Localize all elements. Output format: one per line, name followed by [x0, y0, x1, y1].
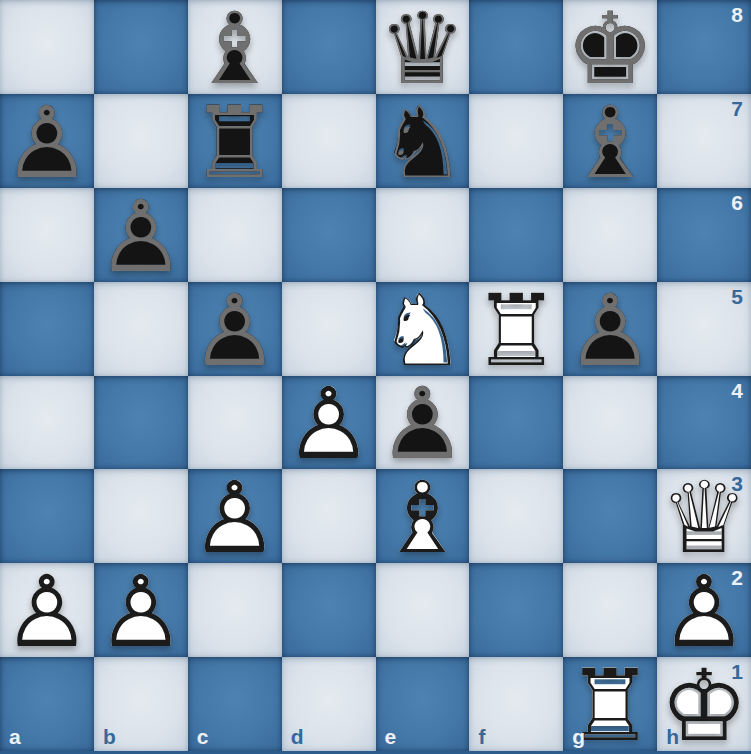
white-pawn[interactable]: ♟♙: [282, 376, 376, 470]
square-f1[interactable]: f: [469, 657, 563, 751]
black-pawn[interactable]: ♟♙: [376, 376, 470, 470]
piece-outline-layer: ♘: [376, 94, 470, 188]
piece-outline-layer: ♙: [563, 282, 657, 376]
black-pawn[interactable]: ♟♙: [188, 282, 282, 376]
square-f5[interactable]: ♜♖: [469, 282, 563, 376]
square-a6[interactable]: [0, 188, 94, 282]
black-pawn[interactable]: ♟♙: [0, 94, 94, 188]
square-c6[interactable]: [188, 188, 282, 282]
file-label-a: a: [9, 725, 21, 749]
piece-outline-layer: ♘: [376, 282, 470, 376]
white-rook[interactable]: ♜♖: [469, 282, 563, 376]
rank-label-8: 8: [731, 3, 743, 27]
file-label-b: b: [103, 725, 116, 749]
square-f2[interactable]: [469, 563, 563, 657]
piece-outline-layer: ♖: [188, 94, 282, 188]
square-c4[interactable]: [188, 376, 282, 470]
white-pawn[interactable]: ♟♙: [0, 563, 94, 657]
square-d3[interactable]: [282, 469, 376, 563]
rank-label-1: 1: [731, 660, 743, 684]
piece-outline-layer: ♙: [94, 563, 188, 657]
square-b7[interactable]: [94, 94, 188, 188]
square-e3[interactable]: ♝♗: [376, 469, 470, 563]
black-knight[interactable]: ♞♘: [376, 94, 470, 188]
rank-label-3: 3: [731, 472, 743, 496]
square-b1[interactable]: b: [94, 657, 188, 751]
square-f7[interactable]: [469, 94, 563, 188]
file-label-d: d: [291, 725, 304, 749]
square-c8[interactable]: ♝♗: [188, 0, 282, 94]
white-knight[interactable]: ♞♘: [376, 282, 470, 376]
square-g7[interactable]: ♝♗: [563, 94, 657, 188]
square-h6[interactable]: 6: [657, 188, 751, 282]
square-h4[interactable]: 4: [657, 376, 751, 470]
white-pawn[interactable]: ♟♙: [94, 563, 188, 657]
black-bishop[interactable]: ♝♗: [563, 94, 657, 188]
piece-outline-layer: ♗: [563, 94, 657, 188]
piece-outline-layer: ♗: [188, 0, 282, 94]
square-b3[interactable]: [94, 469, 188, 563]
rank-label-7: 7: [731, 97, 743, 121]
square-c2[interactable]: [188, 563, 282, 657]
square-a3[interactable]: [0, 469, 94, 563]
rank-label-4: 4: [731, 379, 743, 403]
square-d1[interactable]: d: [282, 657, 376, 751]
rank-label-5: 5: [731, 285, 743, 309]
square-e1[interactable]: e: [376, 657, 470, 751]
rank-label-6: 6: [731, 191, 743, 215]
square-c3[interactable]: ♟♙: [188, 469, 282, 563]
square-g5[interactable]: ♟♙: [563, 282, 657, 376]
black-rook[interactable]: ♜♖: [188, 94, 282, 188]
square-e8[interactable]: ♛♕: [376, 0, 470, 94]
square-h8[interactable]: 8: [657, 0, 751, 94]
black-pawn[interactable]: ♟♙: [94, 188, 188, 282]
square-g4[interactable]: [563, 376, 657, 470]
square-f6[interactable]: [469, 188, 563, 282]
square-a2[interactable]: ♟♙: [0, 563, 94, 657]
square-f8[interactable]: [469, 0, 563, 94]
square-d6[interactable]: [282, 188, 376, 282]
square-e6[interactable]: [376, 188, 470, 282]
square-g3[interactable]: [563, 469, 657, 563]
square-g6[interactable]: [563, 188, 657, 282]
square-d2[interactable]: [282, 563, 376, 657]
file-label-c: c: [197, 725, 209, 749]
square-h1[interactable]: ♚♔1h: [657, 657, 751, 751]
square-a4[interactable]: [0, 376, 94, 470]
piece-outline-layer: ♗: [376, 469, 470, 563]
square-a5[interactable]: [0, 282, 94, 376]
rank-label-2: 2: [731, 566, 743, 590]
white-bishop[interactable]: ♝♗: [376, 469, 470, 563]
piece-outline-layer: ♙: [94, 188, 188, 282]
square-h3[interactable]: ♛♕3: [657, 469, 751, 563]
square-c7[interactable]: ♜♖: [188, 94, 282, 188]
black-king[interactable]: ♚♔: [563, 0, 657, 94]
piece-outline-layer: ♙: [188, 469, 282, 563]
square-f4[interactable]: [469, 376, 563, 470]
piece-outline-layer: ♙: [188, 282, 282, 376]
square-b6[interactable]: ♟♙: [94, 188, 188, 282]
square-d4[interactable]: ♟♙: [282, 376, 376, 470]
piece-outline-layer: ♙: [376, 376, 470, 470]
chess-board: ♝♗♛♕♚♔8♟♙♜♖♞♘♝♗7♟♙6♟♙♞♘♜♖♟♙5♟♙♟♙4♟♙♝♗♛♕3…: [0, 0, 751, 751]
square-c5[interactable]: ♟♙: [188, 282, 282, 376]
file-label-f: f: [478, 725, 485, 749]
square-e5[interactable]: ♞♘: [376, 282, 470, 376]
black-queen[interactable]: ♛♕: [376, 0, 470, 94]
square-e7[interactable]: ♞♘: [376, 94, 470, 188]
square-g1[interactable]: ♜♖g: [563, 657, 657, 751]
square-h5[interactable]: 5: [657, 282, 751, 376]
square-b2[interactable]: ♟♙: [94, 563, 188, 657]
square-b8[interactable]: [94, 0, 188, 94]
square-a7[interactable]: ♟♙: [0, 94, 94, 188]
piece-outline-layer: ♙: [282, 376, 376, 470]
square-d8[interactable]: [282, 0, 376, 94]
file-label-h: h: [666, 725, 679, 749]
square-c1[interactable]: c: [188, 657, 282, 751]
piece-outline-layer: ♙: [0, 94, 94, 188]
piece-outline-layer: ♕: [376, 0, 470, 94]
square-h2[interactable]: ♟♙2: [657, 563, 751, 657]
white-pawn[interactable]: ♟♙: [188, 469, 282, 563]
black-pawn[interactable]: ♟♙: [563, 282, 657, 376]
piece-outline-layer: ♔: [563, 0, 657, 94]
square-f3[interactable]: [469, 469, 563, 563]
square-e2[interactable]: [376, 563, 470, 657]
square-e4[interactable]: ♟♙: [376, 376, 470, 470]
square-g8[interactable]: ♚♔: [563, 0, 657, 94]
square-b4[interactable]: [94, 376, 188, 470]
square-g2[interactable]: [563, 563, 657, 657]
square-d7[interactable]: [282, 94, 376, 188]
black-bishop[interactable]: ♝♗: [188, 0, 282, 94]
square-a1[interactable]: a: [0, 657, 94, 751]
square-a8[interactable]: [0, 0, 94, 94]
square-h7[interactable]: 7: [657, 94, 751, 188]
piece-outline-layer: ♖: [469, 282, 563, 376]
square-d5[interactable]: [282, 282, 376, 376]
piece-outline-layer: ♙: [0, 563, 94, 657]
square-b5[interactable]: [94, 282, 188, 376]
file-label-e: e: [385, 725, 397, 749]
file-label-g: g: [572, 725, 585, 749]
chess-board-wrapper: ♝♗♛♕♚♔8♟♙♜♖♞♘♝♗7♟♙6♟♙♞♘♜♖♟♙5♟♙♟♙4♟♙♝♗♛♕3…: [0, 0, 751, 754]
